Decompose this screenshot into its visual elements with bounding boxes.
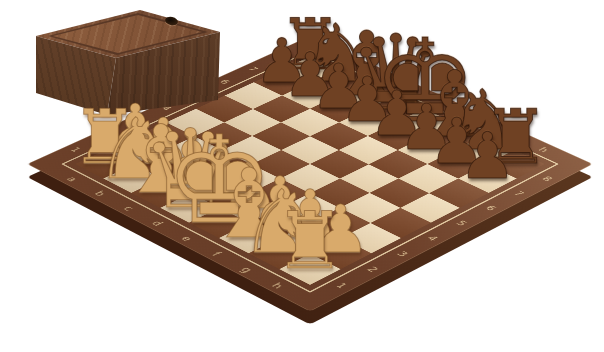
product-photo-stage: abcdefgh abcdefgh 87654321 87654321 ♜♞♝♛… [0, 0, 604, 352]
storage-box [30, 5, 230, 125]
